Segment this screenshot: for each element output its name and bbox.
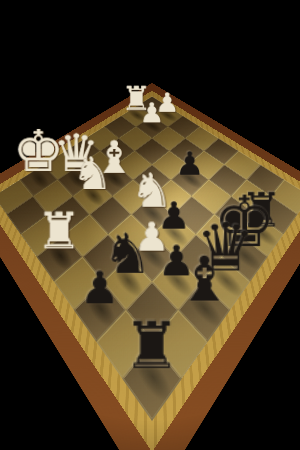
perspective-scene: ♜♟♜♞♚♝♟♟♞♛♛♟♞♝♚♜♟♟♜♟ [0, 0, 300, 450]
piece-glyph: ♟ [140, 99, 165, 126]
piece-glyph: ♜ [123, 314, 181, 379]
piece-glyph: ♝ [176, 248, 232, 310]
board-gold-border: ♜♟♜♞♚♝♟♟♞♛♛♟♞♝♚♜♟♟♜♟ [0, 91, 300, 450]
piece-glyph: ♟ [175, 147, 204, 179]
piece-glyph: ♞ [72, 151, 112, 196]
piece-glyph: ♜ [37, 206, 82, 256]
photo-stage: ♜♟♜♞♚♝♟♟♞♛♛♟♞♝♚♜♟♟♜♟ [0, 0, 300, 450]
chessboard-frame: ♜♟♜♞♚♝♟♟♞♛♛♟♞♝♚♜♟♟♜♟ [0, 83, 300, 450]
chessboard[interactable]: ♜♟♜♞♚♝♟♟♞♛♛♟♞♝♚♜♟♟♜♟ [0, 96, 300, 421]
piece-glyph: ♟ [80, 265, 120, 310]
